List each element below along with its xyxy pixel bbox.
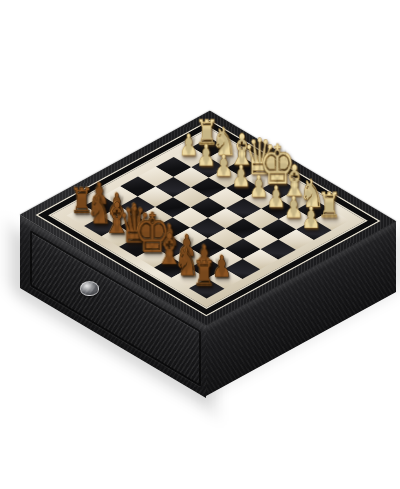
product-photo-stage: ♜♞♝♛♚♝♞♜♟♟♟♟♟♟♟♟♟♟♟♟♟♟♟♟♜♞♝♛♚♝♞♜ xyxy=(0,0,400,489)
drawer-handle-icon xyxy=(80,281,99,296)
piece-dark-rook: ♜ xyxy=(178,257,230,292)
